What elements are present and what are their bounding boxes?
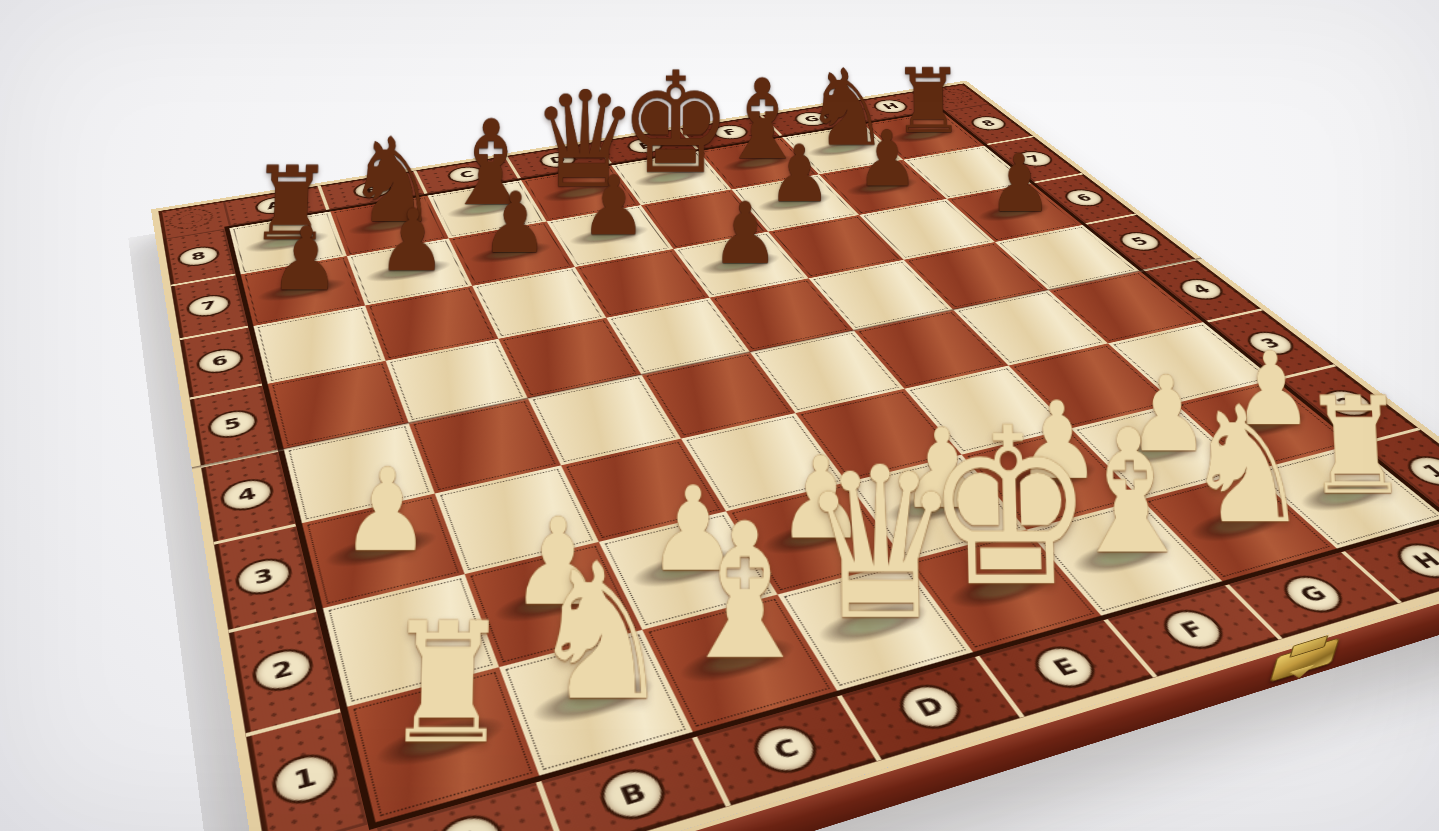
- white-pawn-glyph: ♟: [303, 461, 468, 559]
- white-rook-glyph: ♜: [350, 613, 542, 755]
- coordinate-label-F: F: [710, 124, 749, 140]
- coordinate-label-7: 7: [187, 293, 229, 318]
- coordinate-label-D: D: [538, 151, 577, 169]
- coordinate-label-4: 4: [1175, 277, 1228, 301]
- coordinate-label-A: A: [255, 195, 293, 215]
- coordinate-label-6: 6: [1061, 188, 1107, 207]
- coordinate-label-G: G: [792, 111, 831, 127]
- coordinate-label-C: C: [447, 165, 486, 183]
- coordinate-label-8: 8: [178, 245, 218, 267]
- coordinate-label-B: B: [353, 180, 392, 199]
- coordinate-label-7: 7: [1012, 150, 1056, 168]
- coordinate-label-E: E: [625, 137, 664, 154]
- coordinate-label-H: H: [871, 98, 910, 113]
- photo-scene: ABCDEFGH ABCDEFGH 87654321 87654321 ♜♞♝♛…: [0, 0, 1439, 831]
- chess-board: ABCDEFGH ABCDEFGH 87654321 87654321 ♜♞♝♛…: [150, 80, 1439, 831]
- coordinate-label-5: 5: [1115, 230, 1164, 251]
- coordinate-label-8: 8: [967, 115, 1008, 131]
